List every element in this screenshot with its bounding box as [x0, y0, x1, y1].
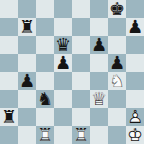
square-e7[interactable]: [72, 18, 90, 36]
square-c7[interactable]: [36, 18, 54, 36]
square-c5[interactable]: [36, 54, 54, 72]
piece-white-knight[interactable]: ♞♘: [108, 72, 126, 90]
square-g8[interactable]: ♚: [108, 0, 126, 18]
piece-black-rook[interactable]: ♜: [18, 18, 36, 36]
square-b6[interactable]: [18, 36, 36, 54]
black-pawn-glyph: ♟: [54, 54, 72, 72]
piece-black-knight[interactable]: ♞: [36, 90, 54, 108]
square-a7[interactable]: [0, 18, 18, 36]
square-d8[interactable]: [54, 0, 72, 18]
square-d3[interactable]: [54, 90, 72, 108]
white-rook-outline: ♖: [72, 126, 90, 144]
square-e8[interactable]: [72, 0, 90, 18]
square-e4[interactable]: [72, 72, 90, 90]
square-a6[interactable]: [0, 36, 18, 54]
piece-white-rook[interactable]: ♜♖: [36, 126, 54, 144]
piece-black-pawn[interactable]: ♟: [18, 72, 36, 90]
square-c1[interactable]: ♜♖: [36, 126, 54, 144]
square-a5[interactable]: [0, 54, 18, 72]
square-d1[interactable]: [54, 126, 72, 144]
square-c3[interactable]: ♞: [36, 90, 54, 108]
square-a1[interactable]: [0, 126, 18, 144]
square-g1[interactable]: [108, 126, 126, 144]
square-a4[interactable]: [0, 72, 18, 90]
square-c6[interactable]: [36, 36, 54, 54]
piece-black-king[interactable]: ♚: [108, 0, 126, 18]
piece-black-pawn[interactable]: ♟: [90, 36, 108, 54]
square-a2[interactable]: ♜: [0, 108, 18, 126]
square-g4[interactable]: ♞♘: [108, 72, 126, 90]
black-pawn-glyph: ♟: [18, 72, 36, 90]
square-g3[interactable]: [108, 90, 126, 108]
piece-black-pawn[interactable]: ♟: [54, 54, 72, 72]
square-e6[interactable]: [72, 36, 90, 54]
square-h1[interactable]: ♚♔: [126, 126, 144, 144]
white-king-outline: ♔: [126, 126, 144, 144]
white-knight-outline: ♘: [108, 72, 126, 90]
square-e3[interactable]: [72, 90, 90, 108]
square-f8[interactable]: [90, 0, 108, 18]
black-rook-glyph: ♜: [18, 18, 36, 36]
square-b4[interactable]: ♟: [18, 72, 36, 90]
square-b3[interactable]: [18, 90, 36, 108]
white-rook-outline: ♖: [36, 126, 54, 144]
piece-black-rook[interactable]: ♜: [0, 108, 18, 126]
piece-white-king[interactable]: ♚♔: [126, 126, 144, 144]
square-e5[interactable]: [72, 54, 90, 72]
square-f5[interactable]: [90, 54, 108, 72]
square-f2[interactable]: [90, 108, 108, 126]
black-king-glyph: ♚: [108, 0, 126, 18]
square-b7[interactable]: ♜: [18, 18, 36, 36]
square-g2[interactable]: [108, 108, 126, 126]
square-d5[interactable]: ♟: [54, 54, 72, 72]
square-e1[interactable]: ♜♖: [72, 126, 90, 144]
square-h7[interactable]: ♟: [126, 18, 144, 36]
black-knight-glyph: ♞: [36, 90, 54, 108]
black-rook-glyph: ♜: [0, 108, 18, 126]
square-h4[interactable]: [126, 72, 144, 90]
square-h5[interactable]: [126, 54, 144, 72]
square-f6[interactable]: ♟: [90, 36, 108, 54]
black-pawn-glyph: ♟: [90, 36, 108, 54]
square-f3[interactable]: ♛♕: [90, 90, 108, 108]
square-d4[interactable]: [54, 72, 72, 90]
square-b2[interactable]: [18, 108, 36, 126]
piece-white-rook[interactable]: ♜♖: [72, 126, 90, 144]
square-a8[interactable]: [0, 0, 18, 18]
piece-white-queen[interactable]: ♛♕: [90, 90, 108, 108]
piece-black-pawn[interactable]: ♟: [126, 18, 144, 36]
square-b1[interactable]: [18, 126, 36, 144]
square-d2[interactable]: [54, 108, 72, 126]
square-c8[interactable]: [36, 0, 54, 18]
white-queen-outline: ♕: [90, 90, 108, 108]
square-h6[interactable]: [126, 36, 144, 54]
square-f1[interactable]: [90, 126, 108, 144]
black-pawn-glyph: ♟: [126, 18, 144, 36]
square-g7[interactable]: [108, 18, 126, 36]
chess-board[interactable]: ♚♜♟♛♟♟♟♟♞♘♞♛♕♜♟♙♜♖♜♖♚♔: [0, 0, 144, 144]
